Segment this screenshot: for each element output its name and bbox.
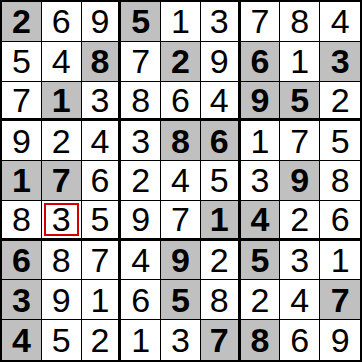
cell-r5c4[interactable]: 2: [121, 161, 161, 201]
cell-r9c5[interactable]: 3: [161, 320, 201, 360]
cell-r2c6[interactable]: 9: [201, 42, 241, 82]
cell-r4c5[interactable]: 8: [161, 121, 201, 161]
cell-r9c3[interactable]: 2: [82, 320, 122, 360]
cell-r9c4[interactable]: 1: [121, 320, 161, 360]
cell-r1c1[interactable]: 2: [2, 2, 42, 42]
cell-r7c8[interactable]: 3: [280, 241, 320, 281]
cell-r4c2[interactable]: 2: [42, 121, 82, 161]
cell-r5c2[interactable]: 7: [42, 161, 82, 201]
cell-r6c4[interactable]: 9: [121, 201, 161, 241]
cell-r1c2[interactable]: 6: [42, 2, 82, 42]
cell-r1c5[interactable]: 1: [161, 2, 201, 42]
cell-r6c1[interactable]: 8: [2, 201, 42, 241]
cell-r5c8[interactable]: 9: [280, 161, 320, 201]
cell-r4c4[interactable]: 3: [121, 121, 161, 161]
cell-r4c8[interactable]: 7: [280, 121, 320, 161]
cell-r8c8[interactable]: 4: [280, 280, 320, 320]
cell-r2c8[interactable]: 1: [280, 42, 320, 82]
cell-r4c9[interactable]: 5: [320, 121, 360, 161]
cell-r9c6[interactable]: 7: [201, 320, 241, 360]
cell-r9c8[interactable]: 6: [280, 320, 320, 360]
cell-r9c7[interactable]: 8: [241, 320, 281, 360]
cell-r3c8[interactable]: 5: [280, 82, 320, 122]
cell-r3c9[interactable]: 2: [320, 82, 360, 122]
cell-r5c6[interactable]: 5: [201, 161, 241, 201]
cell-r2c5[interactable]: 2: [161, 42, 201, 82]
cell-r1c8[interactable]: 8: [280, 2, 320, 42]
cell-r6c6[interactable]: 1: [201, 201, 241, 241]
cell-r5c1[interactable]: 1: [2, 161, 42, 201]
cell-r8c6[interactable]: 8: [201, 280, 241, 320]
cell-r1c7[interactable]: 7: [241, 2, 281, 42]
cell-r7c2[interactable]: 8: [42, 241, 82, 281]
cell-r6c3[interactable]: 5: [82, 201, 122, 241]
cell-r8c5[interactable]: 5: [161, 280, 201, 320]
cell-r5c9[interactable]: 8: [320, 161, 360, 201]
cell-r8c9[interactable]: 7: [320, 280, 360, 320]
cell-r6c8[interactable]: 2: [280, 201, 320, 241]
cell-r7c5[interactable]: 9: [161, 241, 201, 281]
cell-r4c1[interactable]: 9: [2, 121, 42, 161]
cell-r7c1[interactable]: 6: [2, 241, 42, 281]
cell-r9c9[interactable]: 9: [320, 320, 360, 360]
cell-r3c4[interactable]: 8: [121, 82, 161, 122]
cell-r7c7[interactable]: 5: [241, 241, 281, 281]
cell-r7c4[interactable]: 4: [121, 241, 161, 281]
cell-r1c3[interactable]: 9: [82, 2, 122, 42]
cell-r6c9[interactable]: 6: [320, 201, 360, 241]
cell-r8c2[interactable]: 9: [42, 280, 82, 320]
cell-r8c4[interactable]: 6: [121, 280, 161, 320]
cell-r6c2[interactable]: 3: [42, 201, 82, 241]
cell-r4c3[interactable]: 4: [82, 121, 122, 161]
cell-r8c1[interactable]: 3: [2, 280, 42, 320]
cell-r9c1[interactable]: 4: [2, 320, 42, 360]
cell-r2c9[interactable]: 3: [320, 42, 360, 82]
cell-r3c7[interactable]: 9: [241, 82, 281, 122]
cell-r7c6[interactable]: 2: [201, 241, 241, 281]
cell-r8c7[interactable]: 2: [241, 280, 281, 320]
cell-r3c3[interactable]: 3: [82, 82, 122, 122]
cell-r5c5[interactable]: 4: [161, 161, 201, 201]
cell-r1c9[interactable]: 4: [320, 2, 360, 42]
cell-r2c7[interactable]: 6: [241, 42, 281, 82]
cell-r2c4[interactable]: 7: [121, 42, 161, 82]
cell-r3c5[interactable]: 6: [161, 82, 201, 122]
cell-r3c2[interactable]: 1: [42, 82, 82, 122]
cell-r3c6[interactable]: 4: [201, 82, 241, 122]
cell-r1c4[interactable]: 5: [121, 2, 161, 42]
cell-r9c2[interactable]: 5: [42, 320, 82, 360]
sudoku-board: 2695137845487296137138649529243861751762…: [0, 0, 362, 362]
cell-r2c1[interactable]: 5: [2, 42, 42, 82]
cell-r3c1[interactable]: 7: [2, 82, 42, 122]
cell-r8c3[interactable]: 1: [82, 280, 122, 320]
cell-r4c7[interactable]: 1: [241, 121, 281, 161]
cell-r1c6[interactable]: 3: [201, 2, 241, 42]
cell-r5c3[interactable]: 6: [82, 161, 122, 201]
cell-r2c2[interactable]: 4: [42, 42, 82, 82]
cell-r4c6[interactable]: 6: [201, 121, 241, 161]
cell-r6c7[interactable]: 4: [241, 201, 281, 241]
cell-r5c7[interactable]: 3: [241, 161, 281, 201]
cell-r7c9[interactable]: 1: [320, 241, 360, 281]
cell-r7c3[interactable]: 7: [82, 241, 122, 281]
cell-r6c5[interactable]: 7: [161, 201, 201, 241]
cell-r2c3[interactable]: 8: [82, 42, 122, 82]
